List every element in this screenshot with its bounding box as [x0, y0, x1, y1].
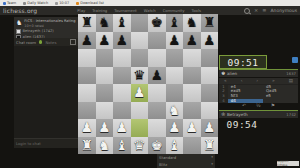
- black-pawn: ♟: [98, 32, 110, 50]
- prev-move-icon[interactable]: ‹: [241, 78, 243, 83]
- black-player-rating: 1637: [286, 71, 296, 76]
- bookmark-favicon: [76, 2, 79, 5]
- square-g3[interactable]: [183, 102, 201, 120]
- white-pawn: ♟: [98, 119, 110, 137]
- bookmark-item[interactable]: Download list: [76, 1, 104, 5]
- square-a3[interactable]: [78, 102, 96, 120]
- relay-category-select[interactable]: Standard ▾: [157, 154, 215, 161]
- square-g5[interactable]: [183, 67, 201, 85]
- black-rook: ♜: [81, 14, 93, 32]
- black-pawn: ♟: [116, 32, 128, 50]
- white-knight: ♞: [98, 137, 110, 155]
- left-sidebar: ♞ FICS - Internationales Rating 10+0 rat…: [14, 17, 78, 148]
- white-player-rating: 1742: [286, 112, 296, 117]
- white-bishop: ♝: [116, 137, 128, 155]
- square-c2[interactable]: ♟: [113, 119, 131, 137]
- chess-board: ♜♞♝♚♝♞♜♟♟♟♟♟♟♛♟♟♞♟♟♟♟♟♟♜♞♝♛♚♝♜: [78, 14, 218, 154]
- white-player-row: Betrayeth (1742): [16, 29, 76, 34]
- square-b1[interactable]: ♞: [96, 137, 114, 155]
- chat-header: Chat room Notes: [14, 38, 78, 46]
- square-h2[interactable]: ♟: [201, 119, 219, 137]
- white-king-icon: ♔: [221, 111, 225, 117]
- chat-messages: [14, 46, 78, 138]
- square-e8[interactable]: ♚: [148, 14, 166, 32]
- square-c4[interactable]: [113, 84, 131, 102]
- bookmark-item[interactable]: Team: [3, 1, 16, 5]
- white-knight: ♞: [168, 102, 180, 120]
- bookmark-favicon: [23, 2, 26, 5]
- last-move-icon[interactable]: »: [272, 78, 275, 83]
- white-player-name[interactable]: Betrayeth: [227, 112, 248, 117]
- square-c8[interactable]: ♝: [113, 14, 131, 32]
- square-a2[interactable]: ♟: [78, 119, 96, 137]
- square-b8[interactable]: ♞: [96, 14, 114, 32]
- move-list-box: «‹›»▤ 1e4d52exd5Qxd53Nf3e54d4: [219, 78, 298, 103]
- square-h6[interactable]: [201, 49, 219, 67]
- white-pawn: ♟: [116, 119, 128, 137]
- black-pawn: ♟: [203, 32, 215, 50]
- square-h4[interactable]: [201, 84, 219, 102]
- square-e6[interactable]: [148, 49, 166, 67]
- square-e1[interactable]: ♚: [148, 137, 166, 155]
- game-action-row: ↶½⚑: [219, 103, 298, 110]
- square-c5[interactable]: [113, 67, 131, 85]
- square-f2[interactable]: ♟: [166, 119, 184, 137]
- first-move-icon[interactable]: «: [224, 78, 227, 83]
- black-player-bar: ♚ alien 1637: [219, 69, 298, 77]
- square-e7[interactable]: [148, 32, 166, 50]
- black-queen: ♛: [133, 67, 145, 85]
- square-f8[interactable]: ♝: [166, 14, 184, 32]
- white-rook: ♜: [81, 137, 93, 155]
- square-e4[interactable]: [148, 84, 166, 102]
- square-d7[interactable]: [131, 32, 149, 50]
- square-a8[interactable]: ♜: [78, 14, 96, 32]
- square-g4[interactable]: [183, 84, 201, 102]
- square-f5[interactable]: [166, 67, 184, 85]
- game-info-box: ♞ FICS - Internationales Rating 10+0 rat…: [14, 17, 78, 38]
- square-g1[interactable]: [183, 137, 201, 155]
- bookmark-favicon: [3, 2, 6, 5]
- nav-item-watch[interactable]: Watch: [144, 8, 156, 13]
- square-a7[interactable]: ♟: [78, 32, 96, 50]
- chevron-down-icon: ▾: [211, 162, 213, 166]
- square-d3[interactable]: [131, 102, 149, 120]
- square-h3[interactable]: [201, 102, 219, 120]
- live-indicator-icon[interactable]: [292, 57, 298, 63]
- white-bishop: ♝: [168, 137, 180, 155]
- black-pawn: ♟: [81, 32, 93, 50]
- tab-notes[interactable]: Notes: [45, 40, 56, 45]
- close-icon[interactable]: ×: [254, 8, 258, 13]
- square-e3[interactable]: [148, 102, 166, 120]
- square-b5[interactable]: [96, 67, 114, 85]
- username[interactable]: Anonymous: [270, 8, 297, 13]
- square-f7[interactable]: ♟: [166, 32, 184, 50]
- black-pawn: ♟: [168, 32, 180, 50]
- square-f3[interactable]: ♞: [166, 102, 184, 120]
- black-king: ♚: [151, 14, 163, 32]
- square-a6[interactable]: [78, 49, 96, 67]
- black-pawn: ♟: [186, 32, 198, 50]
- relay-game-select[interactable]: Blitz ▾: [157, 161, 215, 168]
- square-b2[interactable]: ♟: [96, 119, 114, 137]
- next-move-icon[interactable]: ›: [256, 78, 258, 83]
- white-pawn: ♟: [186, 119, 198, 137]
- square-a1[interactable]: ♜: [78, 137, 96, 155]
- square-a5[interactable]: [78, 67, 96, 85]
- white-pawn: ♟: [168, 119, 180, 137]
- square-b4[interactable]: [96, 84, 114, 102]
- chat-toggle[interactable]: [39, 40, 43, 44]
- square-c3[interactable]: [113, 102, 131, 120]
- expand-icon[interactable]: [70, 39, 76, 45]
- white-player-bar: ♔ Betrayeth 1742: [219, 110, 298, 118]
- nav-item-play[interactable]: Play: [77, 8, 85, 13]
- draw-offer-icon[interactable]: ½: [256, 103, 261, 109]
- white-pawn: ♟: [203, 119, 215, 137]
- search-icon[interactable]: [244, 8, 250, 14]
- square-h7[interactable]: ♟: [201, 32, 219, 50]
- square-e5[interactable]: ♟: [148, 67, 166, 85]
- nav-item-training[interactable]: Training: [92, 8, 107, 13]
- game-info-line2: 10+0 rated: [24, 24, 75, 28]
- knight-icon: ♞: [16, 19, 22, 28]
- square-b6[interactable]: [96, 49, 114, 67]
- black-clock: 09:51: [219, 55, 267, 69]
- board-menu-icon[interactable]: ▤: [289, 78, 293, 83]
- square-d1[interactable]: ♛: [131, 137, 149, 155]
- square-e2[interactable]: [148, 119, 166, 137]
- main-menu: PlayTrainingTournamentWatchCommunityTool…: [77, 8, 201, 13]
- square-a4[interactable]: [78, 84, 96, 102]
- black-knight: ♞: [98, 14, 110, 32]
- chevron-down-icon: ▾: [211, 155, 213, 159]
- black-king-icon: ♚: [221, 70, 225, 76]
- square-c7[interactable]: ♟: [113, 32, 131, 50]
- chat-input-placeholder: Login to chat: [16, 141, 41, 146]
- square-h8[interactable]: ♜: [201, 14, 219, 32]
- square-h1[interactable]: ♜: [201, 137, 219, 155]
- tab-chat-room[interactable]: Chat room: [16, 40, 36, 45]
- resign-icon[interactable]: ⚑: [271, 103, 275, 109]
- support-lichess-button[interactable]: support lichess: [277, 161, 299, 167]
- bookmark-item[interactable]: 10:07: [55, 1, 69, 5]
- white-queen: ♛: [133, 137, 145, 155]
- white-square-icon: [16, 29, 21, 34]
- square-b3[interactable]: [96, 102, 114, 120]
- header-right: × ≡ Anonymous: [244, 8, 297, 14]
- square-f6[interactable]: [166, 49, 184, 67]
- square-h5[interactable]: [201, 67, 219, 85]
- menu-icon[interactable]: ≡: [262, 8, 266, 13]
- black-bishop: ♝: [116, 14, 128, 32]
- white-king: ♚: [151, 137, 163, 155]
- black-player-name[interactable]: alien: [227, 71, 237, 76]
- nav-item-tournament[interactable]: Tournament: [114, 8, 137, 13]
- square-g8[interactable]: ♞: [183, 14, 201, 32]
- square-g7[interactable]: ♟: [183, 32, 201, 50]
- nav-item-community[interactable]: Community: [163, 8, 185, 13]
- square-d4[interactable]: ♟: [131, 84, 149, 102]
- white-pawn: ♟: [81, 119, 93, 137]
- square-b7[interactable]: ♟: [96, 32, 114, 50]
- white-rook: ♜: [203, 137, 215, 155]
- square-f1[interactable]: ♝: [166, 137, 184, 155]
- square-d6[interactable]: [131, 49, 149, 67]
- black-pawn: ♟: [151, 67, 163, 85]
- chat-input[interactable]: Login to chat: [14, 138, 78, 148]
- square-c6[interactable]: [113, 49, 131, 67]
- nav-item-tools[interactable]: Tools: [192, 8, 201, 13]
- white-pawn: ♟: [133, 84, 145, 102]
- square-g6[interactable]: [183, 49, 201, 67]
- bookmark-item[interactable]: Daily Watch: [23, 1, 48, 5]
- lichess-logo[interactable]: lichess.org: [3, 7, 37, 14]
- bookmark-favicon: [55, 2, 58, 5]
- square-c1[interactable]: ♝: [113, 137, 131, 155]
- white-clock: 09:54: [219, 118, 265, 131]
- square-f4[interactable]: [166, 84, 184, 102]
- square-g2[interactable]: ♟: [183, 119, 201, 137]
- square-d5[interactable]: ♛: [131, 67, 149, 85]
- square-d2[interactable]: [131, 119, 149, 137]
- square-d8[interactable]: [131, 14, 149, 32]
- takeback-icon[interactable]: ↶: [242, 103, 246, 109]
- black-rook: ♜: [203, 14, 215, 32]
- black-bishop: ♝: [168, 14, 180, 32]
- black-knight: ♞: [186, 14, 198, 32]
